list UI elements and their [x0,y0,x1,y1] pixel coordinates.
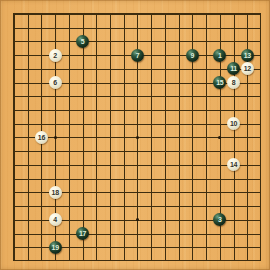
intersection[interactable] [48,131,62,145]
intersection[interactable] [48,172,62,186]
intersection[interactable] [21,240,35,254]
intersection[interactable] [186,7,200,21]
intersection[interactable] [7,103,21,117]
intersection[interactable] [254,48,268,62]
intersection[interactable] [76,213,90,227]
intersection[interactable] [62,144,76,158]
intersection[interactable] [103,240,117,254]
intersection[interactable] [103,227,117,241]
intersection[interactable] [158,144,172,158]
intersection[interactable] [89,227,103,241]
intersection[interactable] [48,158,62,172]
intersection[interactable] [144,240,158,254]
intersection[interactable] [199,103,213,117]
intersection[interactable] [158,21,172,35]
intersection[interactable] [89,35,103,49]
intersection[interactable] [62,117,76,131]
intersection[interactable] [7,131,21,145]
intersection[interactable] [89,7,103,21]
intersection[interactable] [62,254,76,268]
intersection[interactable] [7,21,21,35]
intersection[interactable] [131,21,145,35]
intersection[interactable] [254,240,268,254]
intersection[interactable] [62,7,76,21]
intersection[interactable]: 6 [48,76,62,90]
intersection[interactable] [158,76,172,90]
intersection[interactable] [172,89,186,103]
intersection[interactable] [62,227,76,241]
intersection[interactable]: 17 [76,227,90,241]
intersection[interactable] [131,131,145,145]
intersection[interactable] [144,144,158,158]
intersection[interactable] [103,48,117,62]
intersection[interactable] [199,21,213,35]
intersection[interactable] [48,254,62,268]
intersection[interactable] [240,35,254,49]
intersection[interactable] [186,172,200,186]
intersection[interactable]: 11 [227,62,241,76]
intersection[interactable] [227,227,241,241]
intersection[interactable] [117,240,131,254]
intersection[interactable] [117,76,131,90]
intersection[interactable] [21,254,35,268]
intersection[interactable] [7,48,21,62]
intersection[interactable] [186,103,200,117]
intersection[interactable] [144,89,158,103]
intersection[interactable] [144,62,158,76]
intersection[interactable] [158,89,172,103]
intersection[interactable] [227,7,241,21]
intersection[interactable] [89,158,103,172]
intersection[interactable] [213,240,227,254]
intersection[interactable] [213,131,227,145]
intersection[interactable] [35,7,49,21]
intersection[interactable] [76,199,90,213]
intersection[interactable] [254,117,268,131]
intersection[interactable] [254,89,268,103]
intersection[interactable] [144,7,158,21]
intersection[interactable] [35,35,49,49]
intersection[interactable] [199,186,213,200]
intersection[interactable] [131,186,145,200]
intersection[interactable] [103,117,117,131]
intersection[interactable] [48,103,62,117]
intersection[interactable] [144,35,158,49]
intersection[interactable] [172,213,186,227]
intersection[interactable] [117,172,131,186]
intersection[interactable] [254,35,268,49]
intersection[interactable] [213,186,227,200]
intersection[interactable] [89,117,103,131]
intersection[interactable] [172,7,186,21]
intersection[interactable] [21,117,35,131]
intersection[interactable] [35,186,49,200]
intersection[interactable] [76,144,90,158]
intersection[interactable] [89,76,103,90]
intersection[interactable] [158,131,172,145]
intersection[interactable] [131,213,145,227]
intersection[interactable]: 18 [48,186,62,200]
intersection[interactable] [117,62,131,76]
intersection[interactable] [117,21,131,35]
intersection[interactable] [103,21,117,35]
intersection[interactable] [48,89,62,103]
intersection[interactable] [131,76,145,90]
intersection[interactable] [254,186,268,200]
intersection[interactable]: 13 [240,48,254,62]
intersection[interactable] [76,254,90,268]
intersection[interactable] [144,117,158,131]
intersection[interactable] [89,131,103,145]
intersection[interactable] [117,35,131,49]
intersection[interactable] [103,172,117,186]
intersection[interactable] [7,7,21,21]
intersection[interactable] [254,7,268,21]
intersection[interactable] [7,62,21,76]
intersection[interactable] [227,89,241,103]
intersection[interactable] [7,144,21,158]
intersection[interactable] [254,172,268,186]
intersection[interactable] [227,48,241,62]
intersection[interactable] [227,21,241,35]
intersection[interactable] [35,227,49,241]
intersection[interactable] [21,227,35,241]
intersection[interactable] [89,254,103,268]
intersection[interactable] [186,144,200,158]
intersection[interactable] [62,62,76,76]
intersection[interactable] [199,35,213,49]
intersection[interactable] [158,227,172,241]
intersection[interactable] [117,213,131,227]
intersection[interactable] [103,7,117,21]
intersection[interactable] [240,227,254,241]
intersection[interactable] [240,7,254,21]
intersection[interactable] [240,89,254,103]
intersection[interactable] [199,144,213,158]
intersection[interactable] [213,254,227,268]
intersection[interactable] [35,199,49,213]
intersection[interactable] [227,35,241,49]
intersection[interactable] [117,254,131,268]
intersection[interactable] [103,89,117,103]
intersection[interactable] [227,144,241,158]
intersection[interactable] [21,76,35,90]
intersection[interactable] [213,89,227,103]
intersection[interactable] [254,144,268,158]
intersection[interactable] [144,131,158,145]
intersection[interactable] [35,158,49,172]
intersection[interactable] [21,131,35,145]
intersection[interactable] [48,62,62,76]
intersection[interactable] [131,89,145,103]
intersection[interactable] [89,62,103,76]
intersection[interactable] [76,117,90,131]
intersection[interactable] [62,35,76,49]
intersection[interactable] [186,131,200,145]
intersection[interactable] [21,62,35,76]
intersection[interactable] [103,62,117,76]
intersection[interactable] [240,172,254,186]
intersection[interactable] [144,227,158,241]
intersection[interactable] [213,199,227,213]
intersection[interactable] [186,21,200,35]
intersection[interactable] [35,89,49,103]
intersection[interactable] [172,199,186,213]
intersection[interactable] [186,117,200,131]
intersection[interactable] [254,227,268,241]
intersection[interactable] [131,7,145,21]
intersection[interactable] [7,76,21,90]
intersection[interactable] [240,199,254,213]
intersection[interactable] [254,199,268,213]
intersection[interactable] [172,227,186,241]
intersection[interactable] [131,172,145,186]
intersection[interactable] [62,213,76,227]
intersection[interactable] [89,199,103,213]
intersection[interactable] [213,117,227,131]
intersection[interactable] [199,89,213,103]
intersection[interactable] [62,186,76,200]
intersection[interactable] [199,117,213,131]
intersection[interactable]: 7 [131,48,145,62]
intersection[interactable] [144,213,158,227]
intersection[interactable] [62,172,76,186]
intersection[interactable] [213,35,227,49]
intersection[interactable] [227,240,241,254]
intersection[interactable] [158,158,172,172]
intersection[interactable] [199,48,213,62]
intersection[interactable] [144,48,158,62]
intersection[interactable] [117,103,131,117]
intersection[interactable] [172,186,186,200]
intersection[interactable] [199,240,213,254]
intersection[interactable] [35,117,49,131]
intersection[interactable] [199,254,213,268]
intersection[interactable] [103,35,117,49]
intersection[interactable] [254,254,268,268]
intersection[interactable]: 2 [48,48,62,62]
intersection[interactable] [172,172,186,186]
intersection[interactable] [240,117,254,131]
intersection[interactable] [172,144,186,158]
intersection[interactable] [103,131,117,145]
intersection[interactable]: 3 [213,213,227,227]
intersection[interactable] [48,117,62,131]
intersection[interactable] [76,131,90,145]
intersection[interactable] [254,131,268,145]
intersection[interactable] [186,89,200,103]
intersection[interactable]: 16 [35,131,49,145]
intersection[interactable] [186,76,200,90]
intersection[interactable] [7,89,21,103]
intersection[interactable]: 1 [213,48,227,62]
intersection[interactable] [117,227,131,241]
intersection[interactable] [103,144,117,158]
intersection[interactable]: 15 [213,76,227,90]
intersection[interactable] [89,144,103,158]
intersection[interactable] [35,240,49,254]
intersection[interactable] [199,227,213,241]
intersection[interactable] [158,48,172,62]
intersection[interactable] [48,144,62,158]
intersection[interactable] [62,131,76,145]
intersection[interactable] [21,103,35,117]
intersection[interactable] [131,199,145,213]
intersection[interactable] [254,76,268,90]
intersection[interactable] [172,117,186,131]
intersection[interactable] [227,186,241,200]
intersection[interactable] [76,48,90,62]
intersection[interactable] [240,186,254,200]
intersection[interactable] [117,199,131,213]
intersection[interactable] [76,186,90,200]
intersection[interactable] [103,158,117,172]
intersection[interactable] [62,48,76,62]
intersection[interactable] [144,199,158,213]
intersection[interactable] [186,35,200,49]
intersection[interactable] [21,144,35,158]
intersection[interactable] [7,199,21,213]
intersection[interactable] [158,7,172,21]
intersection[interactable] [35,62,49,76]
intersection[interactable] [117,89,131,103]
intersection[interactable] [172,21,186,35]
intersection[interactable] [172,62,186,76]
intersection[interactable] [62,158,76,172]
intersection[interactable] [7,186,21,200]
intersection[interactable] [144,186,158,200]
intersection[interactable] [117,158,131,172]
intersection[interactable] [48,35,62,49]
intersection[interactable] [227,213,241,227]
intersection[interactable] [7,254,21,268]
intersection[interactable] [199,158,213,172]
intersection[interactable] [172,103,186,117]
intersection[interactable] [158,213,172,227]
intersection[interactable] [131,158,145,172]
intersection[interactable] [35,144,49,158]
intersection[interactable] [131,144,145,158]
intersection[interactable] [172,48,186,62]
intersection[interactable] [131,62,145,76]
intersection[interactable] [21,89,35,103]
intersection[interactable] [131,227,145,241]
intersection[interactable] [7,227,21,241]
intersection[interactable] [254,62,268,76]
intersection[interactable]: 5 [76,35,90,49]
intersection[interactable] [186,227,200,241]
intersection[interactable] [227,172,241,186]
intersection[interactable] [76,76,90,90]
intersection[interactable] [199,213,213,227]
intersection[interactable] [89,172,103,186]
intersection[interactable] [89,240,103,254]
intersection[interactable] [240,21,254,35]
intersection[interactable] [172,158,186,172]
intersection[interactable] [227,199,241,213]
intersection[interactable] [144,254,158,268]
intersection[interactable] [48,7,62,21]
intersection[interactable] [35,76,49,90]
intersection[interactable] [158,240,172,254]
intersection[interactable] [117,48,131,62]
intersection[interactable] [21,21,35,35]
intersection[interactable] [186,186,200,200]
intersection[interactable] [76,158,90,172]
intersection[interactable] [131,240,145,254]
intersection[interactable] [76,7,90,21]
intersection[interactable] [7,158,21,172]
intersection[interactable] [35,172,49,186]
intersection[interactable] [158,62,172,76]
intersection[interactable] [227,254,241,268]
intersection[interactable] [213,62,227,76]
intersection[interactable] [117,131,131,145]
intersection[interactable] [158,254,172,268]
intersection[interactable] [158,117,172,131]
intersection[interactable] [35,48,49,62]
intersection[interactable] [240,131,254,145]
intersection[interactable] [172,35,186,49]
intersection[interactable] [186,158,200,172]
intersection[interactable] [117,144,131,158]
intersection[interactable] [89,103,103,117]
intersection[interactable] [240,144,254,158]
intersection[interactable] [76,21,90,35]
intersection[interactable] [89,213,103,227]
intersection[interactable] [240,76,254,90]
intersection[interactable] [35,103,49,117]
intersection[interactable] [131,117,145,131]
intersection[interactable] [89,89,103,103]
intersection[interactable] [172,240,186,254]
intersection[interactable] [144,158,158,172]
intersection[interactable]: 8 [227,76,241,90]
intersection[interactable] [144,103,158,117]
intersection[interactable] [213,172,227,186]
intersection[interactable] [62,76,76,90]
intersection[interactable] [240,240,254,254]
intersection[interactable] [158,35,172,49]
intersection[interactable] [48,227,62,241]
intersection[interactable] [254,103,268,117]
intersection[interactable] [21,213,35,227]
intersection[interactable] [7,172,21,186]
intersection[interactable] [158,103,172,117]
intersection[interactable] [62,103,76,117]
intersection[interactable] [48,21,62,35]
intersection[interactable] [21,7,35,21]
intersection[interactable] [103,103,117,117]
intersection[interactable] [21,158,35,172]
intersection[interactable] [62,199,76,213]
intersection[interactable] [21,186,35,200]
intersection[interactable] [213,21,227,35]
intersection[interactable] [103,186,117,200]
intersection[interactable] [48,199,62,213]
intersection[interactable] [199,62,213,76]
intersection[interactable] [199,76,213,90]
intersection[interactable] [186,62,200,76]
intersection[interactable] [172,131,186,145]
intersection[interactable] [131,35,145,49]
intersection[interactable] [158,172,172,186]
intersection[interactable] [199,131,213,145]
intersection[interactable] [240,103,254,117]
intersection[interactable] [144,172,158,186]
intersection[interactable] [21,48,35,62]
intersection[interactable]: 19 [48,240,62,254]
